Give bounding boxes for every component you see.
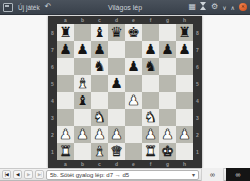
black-pawn-e6[interactable]: ♟ [125, 58, 142, 75]
white-clock-value: ∞ [210, 171, 215, 178]
history-next-button[interactable]: ▶ [24, 170, 33, 179]
square-f6[interactable]: ♞ [142, 58, 159, 75]
move-history-dropdown[interactable]: 5b. Sötét gyalog lép: d7 → d5 ▾ [46, 170, 199, 180]
square-e2[interactable] [125, 126, 142, 143]
square-h7[interactable]: ♟ [176, 41, 193, 58]
file-label-top-g: g [159, 16, 176, 24]
square-d2[interactable]: ♟ [108, 126, 125, 143]
black-bishop-c8[interactable]: ♝ [91, 24, 108, 41]
history-bar: |◀ ◀ ▶ ▶| 5b. Sötét gyalog lép: d7 → d5 … [0, 168, 250, 181]
move-description: 5b. Sötét gyalog lép: d7 → d5 [50, 172, 190, 178]
square-b4[interactable]: ♝ [74, 92, 91, 109]
rank-label-right-2: 2 [193, 126, 202, 143]
rank-label-right-3: 3 [193, 109, 202, 126]
white-knight-c3[interactable]: ♞ [91, 109, 108, 126]
square-h6[interactable] [176, 58, 193, 75]
white-rook-a1[interactable]: ♜ [57, 143, 74, 160]
undo-icon: ↶ [45, 2, 52, 11]
square-a4[interactable] [57, 92, 74, 109]
rank-label-right-7: 7 [193, 41, 202, 58]
maximize-icon: ∧ [231, 5, 235, 11]
square-f5[interactable] [142, 75, 159, 92]
black-rook-a8[interactable]: ♜ [57, 24, 74, 41]
square-g3[interactable] [159, 109, 176, 126]
file-label-bottom-a: a [57, 160, 74, 168]
square-f7[interactable]: ♟ [142, 41, 159, 58]
black-clock-value: ∞ [236, 171, 241, 178]
square-c5[interactable] [91, 75, 108, 92]
square-g6[interactable] [159, 58, 176, 75]
file-label-top-b: b [74, 16, 91, 24]
square-h1[interactable] [176, 143, 193, 160]
black-king-e8[interactable]: ♚ [125, 24, 142, 41]
frame-corner [48, 16, 57, 24]
square-c4[interactable] [91, 92, 108, 109]
maximize-button[interactable]: ∧ [231, 4, 235, 11]
file-label-top-e: e [125, 16, 142, 24]
square-f2[interactable]: ♟ [142, 126, 159, 143]
undo-move-button[interactable]: ↶ [45, 3, 52, 11]
square-a2[interactable]: ♟ [57, 126, 74, 143]
file-label-top-h: h [176, 16, 193, 24]
white-bishop-b5[interactable]: ♝ [74, 75, 91, 92]
square-d4[interactable] [108, 92, 125, 109]
square-d3[interactable] [108, 109, 125, 126]
square-g2[interactable]: ♟ [159, 126, 176, 143]
square-b5[interactable]: ♝ [74, 75, 91, 92]
square-h8[interactable]: ♜ [176, 24, 193, 41]
close-button[interactable]: ✕ [239, 3, 247, 11]
square-e1[interactable] [125, 143, 142, 160]
black-rook-h8[interactable]: ♜ [176, 24, 193, 41]
white-pawn-h2[interactable]: ♟ [176, 126, 193, 143]
square-d8[interactable]: ♛ [108, 24, 125, 41]
file-label-top-d: d [108, 16, 125, 24]
gear-icon: ⚙ [211, 2, 218, 11]
timer-button[interactable] [200, 2, 207, 12]
white-pawn-f2[interactable]: ♟ [142, 126, 159, 143]
file-label-top-c: c [91, 16, 108, 24]
square-a1[interactable]: ♜ [57, 143, 74, 160]
hourglass-icon [200, 2, 207, 10]
white-rook-f1[interactable]: ♜ [142, 143, 159, 160]
white-king-g1[interactable]: ♚ [159, 143, 176, 160]
square-h4[interactable] [176, 92, 193, 109]
square-b3[interactable] [74, 109, 91, 126]
square-f4[interactable] [142, 92, 159, 109]
rank-label-right-5: 5 [193, 75, 202, 92]
square-e6[interactable]: ♟ [125, 58, 142, 75]
rank-label-left-6: 6 [48, 58, 57, 75]
square-b6[interactable] [74, 58, 91, 75]
history-first-button[interactable]: |◀ [2, 170, 11, 179]
black-pawn-g7[interactable]: ♟ [159, 41, 176, 58]
square-e3[interactable] [125, 109, 142, 126]
square-f1[interactable]: ♜ [142, 143, 159, 160]
board-menu-button[interactable]: ▦ [188, 3, 196, 11]
rank-label-right-8: 8 [193, 24, 202, 41]
black-pawn-d5[interactable]: ♟ [108, 75, 125, 92]
black-clock: ∞ [226, 168, 250, 181]
square-b7[interactable]: ♟ [74, 41, 91, 58]
square-e8[interactable]: ♚ [125, 24, 142, 41]
rank-label-right-4: 4 [193, 92, 202, 109]
rank-label-left-4: 4 [48, 92, 57, 109]
square-f8[interactable] [142, 24, 159, 41]
square-c8[interactable]: ♝ [91, 24, 108, 41]
white-pawn-g2[interactable]: ♟ [159, 126, 176, 143]
file-label-bottom-f: f [142, 160, 159, 168]
square-b2[interactable]: ♟ [74, 126, 91, 143]
chess-window: Új játék ↶ Világos lép ▦ ⚙ ∨ ∧ ✕ abcdefg… [0, 0, 250, 181]
black-pawn-a7[interactable]: ♟ [57, 41, 74, 58]
square-d1[interactable]: ♛ [108, 143, 125, 160]
history-last-button[interactable]: ▶| [35, 170, 44, 179]
square-g7[interactable]: ♟ [159, 41, 176, 58]
square-b1[interactable] [74, 143, 91, 160]
white-bishop-c1[interactable]: ♝ [91, 143, 108, 160]
rank-label-right-6: 6 [193, 58, 202, 75]
square-e5[interactable] [125, 75, 142, 92]
settings-button[interactable]: ⚙ [211, 3, 218, 11]
frame-corner [48, 160, 57, 168]
close-icon: ✕ [241, 4, 245, 9]
black-knight-f6[interactable]: ♞ [142, 58, 159, 75]
black-pawn-c7[interactable]: ♟ [91, 41, 108, 58]
file-label-bottom-d: d [108, 160, 125, 168]
frame-corner [193, 16, 202, 24]
square-d7[interactable] [108, 41, 125, 58]
square-b8[interactable] [74, 24, 91, 41]
chess-board: abcdefgh8♜♝♛♚♜87♟♟♟♟♟♟76♞♟♞65♝♟54♝♟43♞♞3… [48, 16, 202, 168]
white-pawn-d2[interactable]: ♟ [108, 126, 125, 143]
file-label-bottom-b: b [74, 160, 91, 168]
square-d5[interactable]: ♟ [108, 75, 125, 92]
square-f3[interactable]: ♞ [142, 109, 159, 126]
rank-label-right-1: 1 [193, 143, 202, 160]
square-c1[interactable]: ♝ [91, 143, 108, 160]
file-label-bottom-g: g [159, 160, 176, 168]
square-c6[interactable]: ♞ [91, 58, 108, 75]
square-h5[interactable] [176, 75, 193, 92]
rank-label-left-5: 5 [48, 75, 57, 92]
square-c7[interactable]: ♟ [91, 41, 108, 58]
rank-label-left-1: 1 [48, 143, 57, 160]
history-prev-button[interactable]: ◀ [13, 170, 22, 179]
white-pawn-e4[interactable]: ♟ [125, 92, 142, 109]
square-e7[interactable] [125, 41, 142, 58]
white-clock: ∞ [201, 168, 224, 181]
square-d6[interactable] [108, 58, 125, 75]
black-pawn-f7[interactable]: ♟ [142, 41, 159, 58]
file-label-bottom-e: e [125, 160, 142, 168]
file-label-bottom-c: c [91, 160, 108, 168]
square-g1[interactable]: ♚ [159, 143, 176, 160]
rank-label-left-8: 8 [48, 24, 57, 41]
minimize-button[interactable]: ∨ [222, 4, 226, 11]
square-a7[interactable]: ♟ [57, 41, 74, 58]
frame-corner [193, 160, 202, 168]
file-label-top-a: a [57, 16, 74, 24]
square-h2[interactable]: ♟ [176, 126, 193, 143]
white-knight-f3[interactable]: ♞ [142, 109, 159, 126]
square-c3[interactable]: ♞ [91, 109, 108, 126]
header-bar: Új játék ↶ Világos lép ▦ ⚙ ∨ ∧ ✕ [0, 0, 250, 15]
square-g4[interactable] [159, 92, 176, 109]
black-pawn-h7[interactable]: ♟ [176, 41, 193, 58]
minimize-icon: ∨ [222, 5, 226, 11]
square-e4[interactable]: ♟ [125, 92, 142, 109]
new-game-button[interactable]: Új játék [18, 4, 40, 11]
square-a5[interactable] [57, 75, 74, 92]
white-pawn-c2[interactable]: ♟ [91, 126, 108, 143]
black-pawn-b7[interactable]: ♟ [74, 41, 91, 58]
square-a3[interactable] [57, 109, 74, 126]
board-grid-icon: ▦ [188, 2, 196, 11]
square-a8[interactable]: ♜ [57, 24, 74, 41]
black-bishop-b4[interactable]: ♝ [74, 92, 91, 109]
black-knight-c6[interactable]: ♞ [91, 58, 108, 75]
board-area: abcdefgh8♜♝♛♚♜87♟♟♟♟♟♟76♞♟♞65♝♟54♝♟43♞♞3… [0, 15, 250, 168]
chevron-down-icon: ▾ [192, 171, 195, 178]
white-pawn-a2[interactable]: ♟ [57, 126, 74, 143]
square-g8[interactable] [159, 24, 176, 41]
app-icon [3, 3, 13, 12]
black-queen-d8[interactable]: ♛ [108, 24, 125, 41]
rank-label-left-3: 3 [48, 109, 57, 126]
rank-label-left-2: 2 [48, 126, 57, 143]
square-c2[interactable]: ♟ [91, 126, 108, 143]
file-label-top-f: f [142, 16, 159, 24]
square-g5[interactable] [159, 75, 176, 92]
white-queen-d1[interactable]: ♛ [108, 143, 125, 160]
square-h3[interactable] [176, 109, 193, 126]
rank-label-left-7: 7 [48, 41, 57, 58]
white-pawn-b2[interactable]: ♟ [74, 126, 91, 143]
square-a6[interactable] [57, 58, 74, 75]
file-label-bottom-h: h [176, 160, 193, 168]
